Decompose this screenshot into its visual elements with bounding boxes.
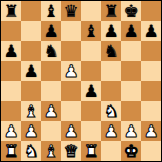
square-e7[interactable]: ♝ <box>81 21 101 41</box>
square-c3[interactable]: ♟ <box>41 101 61 121</box>
square-e2[interactable] <box>81 121 101 141</box>
square-h1[interactable] <box>141 141 161 161</box>
piece-white-rook[interactable]: ♜ <box>3 141 18 161</box>
piece-black-pawn[interactable]: ♟ <box>123 21 138 41</box>
square-h2[interactable]: ♟ <box>141 121 161 141</box>
square-d8[interactable]: ♛ <box>61 1 81 21</box>
square-g4[interactable] <box>121 81 141 101</box>
square-h3[interactable] <box>141 101 161 121</box>
piece-white-pawn[interactable]: ♟ <box>143 121 158 141</box>
piece-black-knight[interactable]: ♞ <box>43 41 58 61</box>
piece-black-pawn[interactable]: ♟ <box>83 81 98 101</box>
piece-black-rook[interactable]: ♜ <box>3 1 18 21</box>
square-e8[interactable] <box>81 1 101 21</box>
square-f2[interactable]: ♟ <box>101 121 121 141</box>
square-e3[interactable] <box>81 101 101 121</box>
piece-white-pawn[interactable]: ♟ <box>3 121 18 141</box>
square-f6[interactable]: ♞ <box>101 41 121 61</box>
piece-black-queen[interactable]: ♛ <box>63 1 78 21</box>
square-d6[interactable] <box>61 41 81 61</box>
square-d5[interactable]: ♟ <box>61 61 81 81</box>
square-c6[interactable]: ♞ <box>41 41 61 61</box>
square-g5[interactable] <box>121 61 141 81</box>
square-h4[interactable] <box>141 81 161 101</box>
square-d7[interactable] <box>61 21 81 41</box>
square-e4[interactable]: ♟ <box>81 81 101 101</box>
square-b6[interactable] <box>21 41 41 61</box>
piece-white-king[interactable]: ♚ <box>123 141 138 161</box>
square-a5[interactable] <box>1 61 21 81</box>
piece-black-bishop[interactable]: ♝ <box>43 1 58 21</box>
square-f3[interactable]: ♞ <box>101 101 121 121</box>
piece-white-bishop[interactable]: ♝ <box>43 141 58 161</box>
square-a7[interactable] <box>1 21 21 41</box>
piece-white-pawn[interactable]: ♟ <box>23 121 38 141</box>
square-g8[interactable]: ♚ <box>121 1 141 21</box>
piece-black-pawn[interactable]: ♟ <box>23 61 38 81</box>
square-h7[interactable]: ♟ <box>141 21 161 41</box>
chess-board-frame: ♜♝♛♜♚♟♝♟♟♟♟♞♞♟♟♟♝♟♞♟♟♟♟♟♟♜♞♝♛♜♚ <box>0 0 162 162</box>
square-f1[interactable] <box>101 141 121 161</box>
square-b2[interactable]: ♟ <box>21 121 41 141</box>
piece-black-pawn[interactable]: ♟ <box>3 41 18 61</box>
square-a2[interactable]: ♟ <box>1 121 21 141</box>
square-b3[interactable]: ♝ <box>21 101 41 121</box>
square-b5[interactable]: ♟ <box>21 61 41 81</box>
square-e6[interactable] <box>81 41 101 61</box>
piece-white-pawn[interactable]: ♟ <box>123 121 138 141</box>
square-e1[interactable]: ♜ <box>81 141 101 161</box>
piece-white-knight[interactable]: ♞ <box>103 101 118 121</box>
square-a6[interactable]: ♟ <box>1 41 21 61</box>
square-h5[interactable] <box>141 61 161 81</box>
piece-black-pawn[interactable]: ♟ <box>103 21 118 41</box>
piece-white-bishop[interactable]: ♝ <box>23 101 38 121</box>
piece-white-queen[interactable]: ♛ <box>63 141 78 161</box>
square-f4[interactable] <box>101 81 121 101</box>
square-a3[interactable] <box>1 101 21 121</box>
square-c5[interactable] <box>41 61 61 81</box>
square-f5[interactable] <box>101 61 121 81</box>
square-c1[interactable]: ♝ <box>41 141 61 161</box>
square-g7[interactable]: ♟ <box>121 21 141 41</box>
piece-black-king[interactable]: ♚ <box>123 1 138 21</box>
square-b8[interactable] <box>21 1 41 21</box>
square-g2[interactable]: ♟ <box>121 121 141 141</box>
square-c8[interactable]: ♝ <box>41 1 61 21</box>
piece-black-pawn[interactable]: ♟ <box>43 21 58 41</box>
piece-white-pawn[interactable]: ♟ <box>63 61 78 81</box>
square-a4[interactable] <box>1 81 21 101</box>
square-b4[interactable] <box>21 81 41 101</box>
square-g3[interactable] <box>121 101 141 121</box>
piece-black-pawn[interactable]: ♟ <box>143 21 158 41</box>
square-c7[interactable]: ♟ <box>41 21 61 41</box>
square-c4[interactable] <box>41 81 61 101</box>
square-a1[interactable]: ♜ <box>1 141 21 161</box>
square-b7[interactable] <box>21 21 41 41</box>
square-f7[interactable]: ♟ <box>101 21 121 41</box>
piece-white-pawn[interactable]: ♟ <box>103 121 118 141</box>
square-g1[interactable]: ♚ <box>121 141 141 161</box>
square-h8[interactable] <box>141 1 161 21</box>
square-d1[interactable]: ♛ <box>61 141 81 161</box>
piece-white-rook[interactable]: ♜ <box>83 141 98 161</box>
piece-white-knight[interactable]: ♞ <box>23 141 38 161</box>
piece-black-rook[interactable]: ♜ <box>103 1 118 21</box>
square-d2[interactable]: ♟ <box>61 121 81 141</box>
square-e5[interactable] <box>81 61 101 81</box>
piece-white-pawn[interactable]: ♟ <box>63 121 78 141</box>
square-f8[interactable]: ♜ <box>101 1 121 21</box>
square-c2[interactable] <box>41 121 61 141</box>
square-d4[interactable] <box>61 81 81 101</box>
square-g6[interactable] <box>121 41 141 61</box>
square-a8[interactable]: ♜ <box>1 1 21 21</box>
square-b1[interactable]: ♞ <box>21 141 41 161</box>
piece-black-knight[interactable]: ♞ <box>103 41 118 61</box>
chess-board: ♜♝♛♜♚♟♝♟♟♟♟♞♞♟♟♟♝♟♞♟♟♟♟♟♟♜♞♝♛♜♚ <box>1 1 161 161</box>
square-d3[interactable] <box>61 101 81 121</box>
piece-black-bishop[interactable]: ♝ <box>83 21 98 41</box>
piece-white-pawn[interactable]: ♟ <box>43 101 58 121</box>
square-h6[interactable] <box>141 41 161 61</box>
